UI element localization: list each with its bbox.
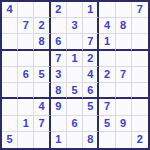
cell-r2c8[interactable]: 8 bbox=[116, 18, 132, 34]
cell-r6c4[interactable]: 8 bbox=[51, 83, 67, 99]
cell-r8c9[interactable] bbox=[132, 116, 148, 132]
cell-r2c3[interactable]: 2 bbox=[34, 18, 50, 34]
cell-r4c1[interactable] bbox=[2, 51, 18, 67]
cell-r1c2[interactable] bbox=[18, 2, 34, 18]
cell-r3c7[interactable]: 1 bbox=[99, 34, 115, 50]
cell-r3c4[interactable]: 6 bbox=[51, 34, 67, 50]
cell-r2c1[interactable] bbox=[2, 18, 18, 34]
cell-r3c5[interactable] bbox=[67, 34, 83, 50]
cell-r9c6[interactable]: 8 bbox=[83, 132, 99, 148]
cell-r5c3[interactable]: 5 bbox=[34, 67, 50, 83]
cell-r6c9[interactable] bbox=[132, 83, 148, 99]
cell-r8c8[interactable]: 9 bbox=[116, 116, 132, 132]
cell-r4c9[interactable] bbox=[132, 51, 148, 67]
cell-r1c4[interactable]: 2 bbox=[51, 2, 67, 18]
cell-r3c3[interactable]: 8 bbox=[34, 34, 50, 50]
cell-r9c3[interactable] bbox=[34, 132, 50, 148]
cell-r1c7[interactable] bbox=[99, 2, 115, 18]
cell-r3c8[interactable] bbox=[116, 34, 132, 50]
cell-r8c5[interactable]: 6 bbox=[67, 116, 83, 132]
cell-r4c6[interactable]: 2 bbox=[83, 51, 99, 67]
cell-r4c4[interactable]: 7 bbox=[51, 51, 67, 67]
cell-r9c7[interactable] bbox=[99, 132, 115, 148]
cell-r3c1[interactable] bbox=[2, 34, 18, 50]
cell-r7c4[interactable]: 9 bbox=[51, 99, 67, 115]
cell-r1c9[interactable]: 7 bbox=[132, 2, 148, 18]
cell-r8c7[interactable]: 5 bbox=[99, 116, 115, 132]
cell-r9c4[interactable]: 1 bbox=[51, 132, 67, 148]
cell-r4c5[interactable]: 1 bbox=[67, 51, 83, 67]
cell-r4c7[interactable] bbox=[99, 51, 115, 67]
cell-r2c4[interactable] bbox=[51, 18, 67, 34]
cell-r7c5[interactable] bbox=[67, 99, 83, 115]
cell-r9c5[interactable] bbox=[67, 132, 83, 148]
cell-r7c6[interactable]: 5 bbox=[83, 99, 99, 115]
cell-r8c6[interactable] bbox=[83, 116, 99, 132]
cell-r3c9[interactable] bbox=[132, 34, 148, 50]
cell-r8c3[interactable]: 7 bbox=[34, 116, 50, 132]
sudoku-board: 42177234886717126534278564957176595182 bbox=[0, 0, 150, 150]
cell-r9c9[interactable]: 2 bbox=[132, 132, 148, 148]
cell-r5c4[interactable]: 3 bbox=[51, 67, 67, 83]
cell-r7c3[interactable]: 4 bbox=[34, 99, 50, 115]
cell-r8c4[interactable] bbox=[51, 116, 67, 132]
cell-r2c7[interactable]: 4 bbox=[99, 18, 115, 34]
cell-r6c3[interactable] bbox=[34, 83, 50, 99]
cell-r8c2[interactable]: 1 bbox=[18, 116, 34, 132]
cell-r6c8[interactable] bbox=[116, 83, 132, 99]
cell-r9c2[interactable] bbox=[18, 132, 34, 148]
cell-r6c6[interactable]: 6 bbox=[83, 83, 99, 99]
cell-r1c6[interactable]: 1 bbox=[83, 2, 99, 18]
cell-r7c8[interactable] bbox=[116, 99, 132, 115]
cell-r4c3[interactable] bbox=[34, 51, 50, 67]
cell-r6c1[interactable] bbox=[2, 83, 18, 99]
cell-r5c7[interactable]: 2 bbox=[99, 67, 115, 83]
cell-r7c7[interactable]: 7 bbox=[99, 99, 115, 115]
cell-r5c5[interactable] bbox=[67, 67, 83, 83]
cell-r5c9[interactable] bbox=[132, 67, 148, 83]
cell-r6c7[interactable] bbox=[99, 83, 115, 99]
cell-r5c6[interactable]: 4 bbox=[83, 67, 99, 83]
cell-r3c6[interactable]: 7 bbox=[83, 34, 99, 50]
cell-r6c2[interactable] bbox=[18, 83, 34, 99]
cell-r7c1[interactable] bbox=[2, 99, 18, 115]
cell-r5c8[interactable]: 7 bbox=[116, 67, 132, 83]
cell-r6c5[interactable]: 5 bbox=[67, 83, 83, 99]
cell-r7c9[interactable] bbox=[132, 99, 148, 115]
cell-r1c3[interactable] bbox=[34, 2, 50, 18]
cell-r7c2[interactable] bbox=[18, 99, 34, 115]
cell-r1c5[interactable] bbox=[67, 2, 83, 18]
cell-r4c2[interactable] bbox=[18, 51, 34, 67]
cell-r2c2[interactable]: 7 bbox=[18, 18, 34, 34]
cell-r8c1[interactable] bbox=[2, 116, 18, 132]
cell-r2c5[interactable]: 3 bbox=[67, 18, 83, 34]
cell-r5c1[interactable] bbox=[2, 67, 18, 83]
cell-r5c2[interactable]: 6 bbox=[18, 67, 34, 83]
cell-r1c8[interactable] bbox=[116, 2, 132, 18]
cell-r2c6[interactable] bbox=[83, 18, 99, 34]
cell-r4c8[interactable] bbox=[116, 51, 132, 67]
cell-r9c1[interactable]: 5 bbox=[2, 132, 18, 148]
cell-r9c8[interactable] bbox=[116, 132, 132, 148]
cell-r3c2[interactable] bbox=[18, 34, 34, 50]
cell-r1c1[interactable]: 4 bbox=[2, 2, 18, 18]
cell-r2c9[interactable] bbox=[132, 18, 148, 34]
